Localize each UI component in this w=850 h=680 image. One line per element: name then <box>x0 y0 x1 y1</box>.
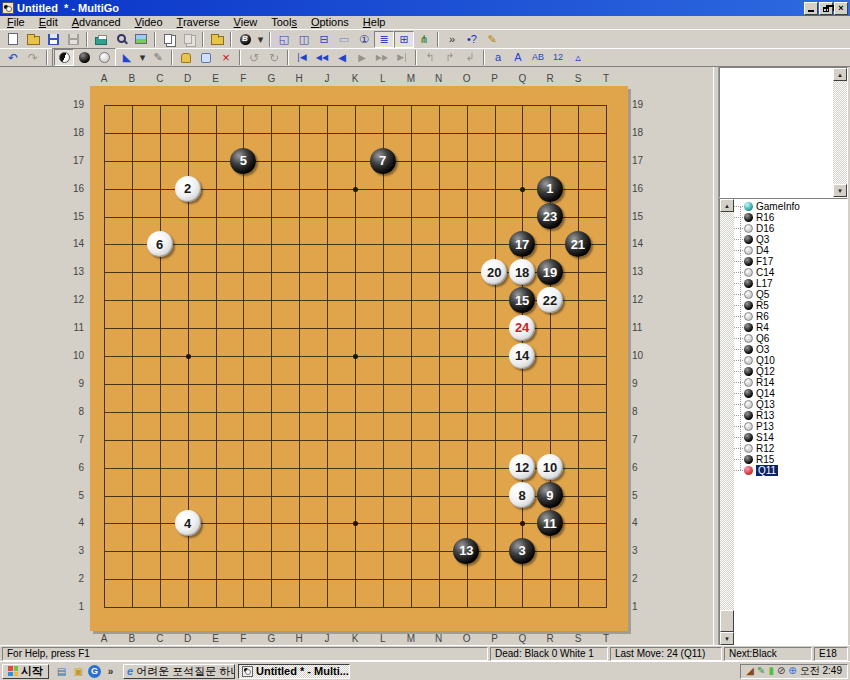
taskbar: 시작 ▤▣G» e어려운 포석질문 하나 ...Untitled * - Mul… <box>0 661 850 680</box>
menu-help[interactable]: Help <box>356 16 393 29</box>
last-move-icon: ▶| <box>397 53 406 62</box>
back-icon: ◀ <box>338 53 346 63</box>
status-hover-coordinate: E18 <box>814 647 848 661</box>
board-coordinate-11: 11 <box>632 322 658 333</box>
marker-dropdown-button[interactable]: ▾ <box>137 49 148 66</box>
stone-number: 23 <box>543 210 557 223</box>
label-numbers-button[interactable]: 12 <box>548 49 568 66</box>
black-stone-icon <box>744 411 753 420</box>
stone-o3[interactable]: 13 <box>453 538 479 564</box>
board-coordinate-Q: Q <box>512 73 532 84</box>
rotate-right-button[interactable]: ↻ <box>264 49 284 66</box>
stone-number: 10 <box>543 461 557 474</box>
stone-s14[interactable]: 21 <box>565 231 591 257</box>
eraser-button[interactable]: ✎ <box>148 49 168 66</box>
label-marks-button[interactable]: ▵ <box>568 49 588 66</box>
board-coordinate-E: E <box>206 73 226 84</box>
status-green-icon[interactable]: ▮ <box>768 666 774 676</box>
menu-edit[interactable]: Edit <box>32 16 65 29</box>
multigo-task-icon <box>242 666 253 677</box>
stone-number: 8 <box>518 489 525 502</box>
stone-d16[interactable]: 2 <box>175 176 201 202</box>
tree-node-p13[interactable]: P13 <box>734 421 847 432</box>
windows-logo-icon <box>8 666 18 676</box>
blocked-icon[interactable]: ⊘ <box>777 666 785 676</box>
tree-node-q11[interactable]: Q11 <box>734 465 847 476</box>
main-line-icon: ↲ <box>465 52 474 63</box>
forward-icon: ▶ <box>358 53 366 63</box>
volume-icon[interactable]: ◢ <box>746 666 754 676</box>
board-coordinate-9: 9 <box>632 378 658 389</box>
forward-10-button[interactable]: ▶▶ <box>372 49 392 66</box>
menu-tools[interactable]: Tools <box>264 16 304 29</box>
tree-connector <box>734 349 743 350</box>
branch-tree-button[interactable]: ⋔ <box>414 31 434 48</box>
stone-style-dropdown-button[interactable]: ▾ <box>255 31 266 48</box>
tree-node-r12[interactable]: R12 <box>734 443 847 454</box>
toolbar-separator <box>86 32 88 47</box>
tree-node-q5[interactable]: Q5 <box>734 289 847 300</box>
layout-plain-button[interactable]: ▭ <box>334 31 354 48</box>
board-coordinate-J: J <box>317 633 337 644</box>
board-coordinate-O: O <box>457 633 477 644</box>
marker-dropdown-icon: ▾ <box>140 52 146 63</box>
restore-button[interactable] <box>819 2 833 15</box>
stone-number: 7 <box>379 154 386 167</box>
print-preview-button[interactable] <box>111 31 131 48</box>
tree-node-r13[interactable]: R13 <box>734 410 847 421</box>
tree-node-q10[interactable]: Q10 <box>734 355 847 366</box>
tree-connector <box>734 305 743 306</box>
more-buttons-button[interactable]: » <box>442 31 462 48</box>
board-coordinate-S: S <box>568 633 588 644</box>
board-coordinate-C: C <box>150 73 170 84</box>
tree-node-f17[interactable]: F17 <box>734 256 847 267</box>
board-coordinate-3: 3 <box>632 545 658 556</box>
tree-node-label: D16 <box>756 223 774 234</box>
undo-button[interactable]: ↶ <box>3 49 23 66</box>
stone-q14[interactable]: 17 <box>509 231 535 257</box>
label-letters-button[interactable]: AB <box>528 49 548 66</box>
tree-node-r6[interactable]: R6 <box>734 311 847 322</box>
main-line-button[interactable]: ↲ <box>460 49 480 66</box>
toolbar-separator <box>415 50 417 65</box>
task-button-ie[interactable]: e어려운 포석질문 하나 ... <box>123 664 235 679</box>
tree-connector-line <box>740 206 741 470</box>
stone-number: 13 <box>459 544 473 557</box>
comment-panel[interactable]: ▲ ▼ <box>719 67 848 198</box>
board-coordinate-12: 12 <box>632 294 658 305</box>
tree-pane-button[interactable]: ≣ <box>374 31 394 48</box>
tree-scroll-thumb[interactable] <box>720 610 734 632</box>
task-buttons: e어려운 포석질문 하나 ...Untitled * - Multi... <box>123 664 350 679</box>
stone-r5[interactable]: 9 <box>537 482 563 508</box>
toolbar-separator <box>287 50 289 65</box>
next-variation-icon: ↱ <box>445 52 454 63</box>
close-button[interactable]: × <box>834 2 848 15</box>
stone-r13[interactable]: 19 <box>537 259 563 285</box>
tree-node-d4[interactable]: D4 <box>734 245 847 256</box>
board-coordinate-H: H <box>289 73 309 84</box>
tree-connector <box>734 316 743 317</box>
status-last-move: Last Move: 24 (Q11) <box>610 647 722 661</box>
board-coordinate-7: 7 <box>58 434 84 445</box>
tree-node-label: C14 <box>756 267 774 278</box>
delete-node-button[interactable]: × <box>216 49 236 66</box>
white-stone-icon <box>744 246 753 255</box>
toolbar-separator <box>269 32 271 47</box>
board-coordinate-6: 6 <box>632 462 658 473</box>
layout-board-button[interactable]: ◱ <box>274 31 294 48</box>
board-coordinate-15: 15 <box>632 211 658 222</box>
back-10-button[interactable]: ◀◀ <box>312 49 332 66</box>
stone-q12[interactable]: 15 <box>509 287 535 313</box>
marker-button[interactable]: ◣ <box>117 49 137 66</box>
board-coordinate-B: B <box>122 633 142 644</box>
scroll-down-button[interactable]: ▼ <box>833 184 847 197</box>
show-desktop-icon[interactable]: ▤ <box>54 664 69 679</box>
g-app-icon[interactable]: G <box>88 665 101 678</box>
stone-number: 19 <box>543 266 557 279</box>
copy-icon <box>164 34 172 44</box>
stone-layer: 1234567891011121314151718192021222324 <box>90 91 620 621</box>
print-preview-icon <box>117 34 126 43</box>
label-uppercase-button[interactable]: A <box>508 49 528 66</box>
tree-node-q13[interactable]: Q13 <box>734 399 847 410</box>
tree-node-q6[interactable]: Q6 <box>734 333 847 344</box>
open-file-button[interactable] <box>23 31 43 48</box>
status-message: For Help, press F1 <box>2 647 488 661</box>
scroll-up-button[interactable]: ▲ <box>833 68 847 81</box>
board-coordinate-17: 17 <box>632 155 658 166</box>
toolbar-separator <box>202 32 204 47</box>
alternate-move-button[interactable] <box>54 49 74 66</box>
board-coordinate-7: 7 <box>632 434 658 445</box>
tree-node-label: D4 <box>756 245 769 256</box>
board-coordinate-1: 1 <box>632 601 658 612</box>
board-coordinate-2: 2 <box>58 573 84 584</box>
toolbar-separator <box>239 50 241 65</box>
board-coordinate-C: C <box>150 633 170 644</box>
tree-node-r5[interactable]: R5 <box>734 300 847 311</box>
restore-icon <box>823 7 829 12</box>
copy-button[interactable] <box>159 31 179 48</box>
tree-connector <box>734 294 743 295</box>
tree-node-q14[interactable]: Q14 <box>734 388 847 399</box>
current-move-icon <box>744 466 753 475</box>
copy-special-icon <box>184 34 192 44</box>
toolbar-separator <box>46 50 48 65</box>
info-pane-button[interactable]: ⊞ <box>394 31 414 48</box>
clock: 오전 2:49 <box>800 664 842 678</box>
stone-r12[interactable]: 22 <box>537 287 563 313</box>
tree-node-label: R16 <box>756 212 774 223</box>
toolbar-separator <box>483 50 485 65</box>
toolbar-separator <box>171 50 173 65</box>
stone-number: 18 <box>515 266 529 279</box>
tree-connector <box>734 338 743 339</box>
label-marks-icon: ▵ <box>575 52 581 63</box>
tree-node-label: R4 <box>756 322 769 333</box>
stone-d4[interactable]: 4 <box>175 510 201 536</box>
copy-special-button[interactable] <box>179 31 199 48</box>
tree-node-r16[interactable]: R16 <box>734 212 847 223</box>
white-stone-icon <box>744 356 753 365</box>
internet-explorer-icon: e <box>127 666 133 677</box>
tree-node-d16[interactable]: D16 <box>734 223 847 234</box>
tree-pane-icon: ≣ <box>379 34 388 45</box>
board-coordinate-F: F <box>233 633 253 644</box>
tree-connector <box>734 371 743 372</box>
back-button[interactable]: ◀ <box>332 49 352 66</box>
board-coordinate-8: 8 <box>58 406 84 417</box>
new-file-button[interactable] <box>3 31 23 48</box>
save-all-button[interactable] <box>63 31 83 48</box>
board-coordinate-G: G <box>261 73 281 84</box>
board-coordinate-5: 5 <box>632 490 658 501</box>
forward-button[interactable]: ▶ <box>352 49 372 66</box>
setup-button[interactable] <box>196 49 216 66</box>
stone-q5[interactable]: 8 <box>509 482 535 508</box>
move-tree-panel: ▲ ▼ GameInfoR16D16Q3D4F17C14L17Q5R5R6R4Q… <box>719 198 848 646</box>
last-move-button[interactable]: ▶| <box>392 49 412 66</box>
black-stone-icon <box>744 389 753 398</box>
board-coordinate-L: L <box>373 633 393 644</box>
black-move-button[interactable] <box>74 49 94 66</box>
stone-number: 24 <box>515 321 529 334</box>
tree-connector <box>734 404 743 405</box>
save-icon <box>48 34 59 45</box>
rotate-left-icon: ↺ <box>249 52 259 64</box>
board-coordinate-T: T <box>596 73 616 84</box>
tree-node-r4[interactable]: R4 <box>734 322 847 333</box>
status-bar: For Help, press F1 Dead: Black 0 White 1… <box>0 645 850 661</box>
board-coordinate-11: 11 <box>58 322 84 333</box>
stone-r15[interactable]: 23 <box>537 203 563 229</box>
stone-q10[interactable]: 14 <box>509 343 535 369</box>
stone-number: 5 <box>240 154 247 167</box>
back-10-icon: ◀◀ <box>316 54 328 62</box>
black-stone-icon <box>744 257 753 266</box>
layout-plain-icon: ▭ <box>339 34 349 45</box>
media-player-icon[interactable]: ▣ <box>71 664 86 679</box>
move-numbers-button[interactable]: ① <box>354 31 374 48</box>
stone-style-icon: B <box>240 34 251 45</box>
pass-button[interactable] <box>176 49 196 66</box>
import-button[interactable] <box>207 31 227 48</box>
stylus-icon[interactable]: ✎ <box>757 666 765 676</box>
board-coordinate-2: 2 <box>632 573 658 584</box>
board-coordinate-10: 10 <box>632 350 658 361</box>
pass-icon <box>181 53 191 63</box>
board-coordinate-19: 19 <box>58 99 84 110</box>
black-stone-icon <box>744 323 753 332</box>
menu-view[interactable]: View <box>227 16 265 29</box>
board-coordinate-T: T <box>596 633 616 644</box>
first-move-button[interactable]: |◀ <box>292 49 312 66</box>
more-buttons-icon: » <box>449 34 455 45</box>
stone-q6[interactable]: 12 <box>509 454 535 480</box>
board-coordinate-M: M <box>401 73 421 84</box>
stone-p13[interactable]: 20 <box>481 259 507 285</box>
stone-c14[interactable]: 6 <box>147 231 173 257</box>
tree-node-r15[interactable]: R15 <box>734 454 847 465</box>
task-label: 어려운 포석질문 하나 ... <box>136 664 235 679</box>
open-file-icon <box>27 36 40 45</box>
board-coordinate-E: E <box>206 633 226 644</box>
annotate-icon: ✎ <box>487 34 496 45</box>
main-area: AABBCCDDEEFFGGHHJJKKLLMMNNOOPPQQRRSSTT19… <box>0 66 850 645</box>
board-coordinate-O: O <box>457 73 477 84</box>
layout-vsplit-button[interactable]: ◫ <box>294 31 314 48</box>
tree-node-label: R14 <box>756 377 774 388</box>
print-button[interactable] <box>91 31 111 48</box>
board-coordinate-8: 8 <box>632 406 658 417</box>
menu-file[interactable]: File <box>0 16 32 29</box>
right-panel: ▲ ▼ ▲ ▼ GameInfoR16D16Q3D4F17C14L17Q5R5R… <box>719 67 850 646</box>
black-stone-icon <box>744 367 753 376</box>
black-stone-icon <box>744 455 753 464</box>
white-move-button[interactable] <box>94 49 114 66</box>
tree-scrollbar[interactable]: ▲ ▼ <box>720 199 734 645</box>
tree-connector <box>734 327 743 328</box>
quicklaunch-overflow-icon[interactable]: » <box>103 664 118 679</box>
tree-connector <box>734 360 743 361</box>
tray-icons: ◢✎▮⊘⊕ <box>746 666 796 676</box>
copy-image-icon <box>135 34 147 44</box>
import-icon <box>211 36 224 45</box>
stone-q3[interactable]: 3 <box>509 538 535 564</box>
next-variation-button[interactable]: ↱ <box>440 49 460 66</box>
tree-scroll-up-button[interactable]: ▲ <box>720 199 734 212</box>
minimize-icon <box>808 10 814 12</box>
tree-connector <box>734 448 743 449</box>
tree-node-c14[interactable]: C14 <box>734 267 847 278</box>
redo-button[interactable]: ↷ <box>23 49 43 66</box>
black-move-icon <box>79 52 90 63</box>
stone-q13[interactable]: 18 <box>509 259 535 285</box>
layout-hsplit-button[interactable]: ⊟ <box>314 31 334 48</box>
board-coordinate-N: N <box>429 633 449 644</box>
board-coordinate-D: D <box>178 73 198 84</box>
update-icon[interactable]: ⊕ <box>788 666 796 676</box>
toolbar-edit-navigate: ↶↷◣▾✎×↺↻|◀◀◀◀▶▶▶▶|↰↱↲aAAB12▵ <box>0 48 850 66</box>
new-file-icon <box>8 33 18 45</box>
white-stone-icon <box>744 444 753 453</box>
start-label: 시작 <box>21 664 43 679</box>
white-stone-icon <box>744 290 753 299</box>
move-tree-list: GameInfoR16D16Q3D4F17C14L17Q5R5R6R4Q6O3Q… <box>734 199 847 645</box>
comment-scrollbar[interactable]: ▲ ▼ <box>833 68 847 197</box>
board-coordinate-16: 16 <box>58 183 84 194</box>
tree-node-label: S14 <box>756 432 774 443</box>
tree-node-label: Q12 <box>756 366 775 377</box>
white-stone-icon <box>744 400 753 409</box>
stone-r6[interactable]: 10 <box>537 454 563 480</box>
white-stone-icon <box>744 334 753 343</box>
stone-number: 20 <box>487 266 501 279</box>
menu-options[interactable]: Options <box>304 16 356 29</box>
board-coordinate-3: 3 <box>58 545 84 556</box>
tree-node-gameinfo[interactable]: GameInfo <box>734 201 847 212</box>
stone-r4[interactable]: 11 <box>537 510 563 536</box>
print-icon <box>95 37 107 45</box>
rotate-right-icon: ↻ <box>269 52 279 64</box>
stone-number: 3 <box>518 544 525 557</box>
board-coordinate-14: 14 <box>58 238 84 249</box>
tree-connector <box>734 382 743 383</box>
copy-image-button[interactable] <box>131 31 151 48</box>
white-move-icon <box>99 52 110 63</box>
board-coordinate-R: R <box>540 633 560 644</box>
tree-node-s14[interactable]: S14 <box>734 432 847 443</box>
delete-node-icon: × <box>222 51 230 64</box>
stone-q11[interactable]: 24 <box>509 315 535 341</box>
save-button[interactable] <box>43 31 63 48</box>
prev-variation-button[interactable]: ↰ <box>420 49 440 66</box>
menu-video[interactable]: Video <box>128 16 170 29</box>
menu-traverse[interactable]: Traverse <box>170 16 227 29</box>
board-coordinate-K: K <box>345 73 365 84</box>
tree-node-q12[interactable]: Q12 <box>734 366 847 377</box>
tree-node-label: Q10 <box>756 355 775 366</box>
tree-node-label: Q14 <box>756 388 775 399</box>
label-numbers-icon: 12 <box>553 53 563 62</box>
system-tray: ◢✎▮⊘⊕ 오전 2:49 <box>740 664 848 679</box>
tree-node-label: GameInfo <box>756 201 800 212</box>
title-bar[interactable]: Untitled * - MultiGo × <box>0 0 850 16</box>
board-coordinate-17: 17 <box>58 155 84 166</box>
white-stone-icon <box>744 422 753 431</box>
board-coordinate-M: M <box>401 633 421 644</box>
move-numbers-icon: ① <box>359 34 369 45</box>
stone-f17[interactable]: 5 <box>230 148 256 174</box>
annotate-button[interactable]: ✎ <box>482 31 502 48</box>
label-letters-icon: AB <box>532 53 544 62</box>
info-pane-icon: ⊞ <box>399 34 408 45</box>
tree-node-label: F17 <box>756 256 773 267</box>
tree-scroll-down-button[interactable]: ▼ <box>720 632 734 645</box>
board-coordinate-1: 1 <box>58 601 84 612</box>
tree-node-l17[interactable]: L17 <box>734 278 847 289</box>
rotate-left-button[interactable]: ↺ <box>244 49 264 66</box>
white-stone-icon <box>744 312 753 321</box>
board-area: AABBCCDDEEFFGGHHJJKKLLMMNNOOPPQQRRSSTT19… <box>0 67 713 646</box>
whats-this-button[interactable]: •? <box>462 31 482 48</box>
stone-l17[interactable]: 7 <box>370 148 396 174</box>
minimize-button[interactable] <box>804 2 818 15</box>
start-button[interactable]: 시작 <box>2 664 49 679</box>
black-stone-icon <box>744 279 753 288</box>
board-coordinate-G: G <box>261 633 281 644</box>
board-coordinate-18: 18 <box>58 127 84 138</box>
tree-node-label: R5 <box>756 300 769 311</box>
task-button-multigo[interactable]: Untitled * - Multi... <box>238 664 350 679</box>
board-coordinate-P: P <box>485 73 505 84</box>
board-coordinate-4: 4 <box>58 517 84 528</box>
menu-advanced[interactable]: Advanced <box>65 16 128 29</box>
stone-number: 4 <box>184 517 191 530</box>
stone-style-button[interactable]: B <box>235 31 255 48</box>
tree-connector <box>734 283 743 284</box>
board-coordinate-Q: Q <box>512 633 532 644</box>
tree-node-r14[interactable]: R14 <box>734 377 847 388</box>
tree-node-o3[interactable]: O3 <box>734 344 847 355</box>
setup-icon <box>201 53 211 63</box>
tree-node-q3[interactable]: Q3 <box>734 234 847 245</box>
label-lowercase-button[interactable]: a <box>488 49 508 66</box>
stone-r16[interactable]: 1 <box>537 176 563 202</box>
